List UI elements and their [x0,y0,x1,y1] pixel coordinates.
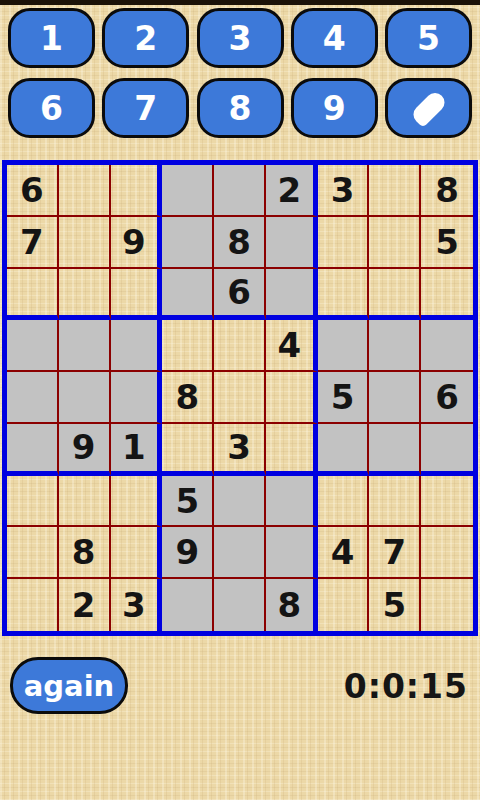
key-7[interactable]: 7 [102,78,189,138]
cell-r1c5[interactable] [214,165,266,217]
cell-r4c6[interactable]: 4 [266,320,318,372]
cell-r6c9[interactable] [421,424,473,476]
cell-r5c7[interactable]: 5 [318,372,370,424]
cell-r1c3[interactable] [111,165,163,217]
cell-r6c5[interactable]: 3 [214,424,266,476]
cell-r6c1[interactable] [7,424,59,476]
cell-r2c6[interactable] [266,217,318,269]
key-8[interactable]: 8 [197,78,284,138]
cell-r7c2[interactable] [59,476,111,528]
cell-r9c4[interactable] [162,579,214,631]
cell-r8c6[interactable] [266,527,318,579]
cell-r2c9[interactable]: 5 [421,217,473,269]
cell-r8c9[interactable] [421,527,473,579]
cell-r8c4[interactable]: 9 [162,527,214,579]
cell-r9c8[interactable]: 5 [369,579,421,631]
key-9[interactable]: 9 [291,78,378,138]
eraser-button[interactable] [385,78,472,138]
cell-r8c3[interactable] [111,527,163,579]
key-5[interactable]: 5 [385,8,472,68]
cell-r3c2[interactable] [59,269,111,321]
cell-r5c5[interactable] [214,372,266,424]
cell-r3c6[interactable] [266,269,318,321]
cell-r2c3[interactable]: 9 [111,217,163,269]
cell-r9c3[interactable]: 3 [111,579,163,631]
status-bar [0,0,480,5]
cell-r4c5[interactable] [214,320,266,372]
timer-display: 0:0:15 [344,667,468,706]
cell-r6c4[interactable] [162,424,214,476]
cell-r8c5[interactable] [214,527,266,579]
cell-r8c1[interactable] [7,527,59,579]
cell-r4c4[interactable] [162,320,214,372]
cell-r8c8[interactable]: 7 [369,527,421,579]
cell-r3c9[interactable] [421,269,473,321]
cell-r7c1[interactable] [7,476,59,528]
cell-r6c6[interactable] [266,424,318,476]
number-keypad: 12345 6789 [0,8,480,138]
cell-r2c7[interactable] [318,217,370,269]
cell-r2c2[interactable] [59,217,111,269]
cell-r7c7[interactable] [318,476,370,528]
cell-r7c5[interactable] [214,476,266,528]
key-6[interactable]: 6 [8,78,95,138]
again-button[interactable]: again [10,657,128,714]
cell-r5c4[interactable]: 8 [162,372,214,424]
cell-r1c9[interactable]: 8 [421,165,473,217]
cell-r2c8[interactable] [369,217,421,269]
cell-r4c2[interactable] [59,320,111,372]
cell-r4c7[interactable] [318,320,370,372]
cell-r5c1[interactable] [7,372,59,424]
cell-r1c7[interactable]: 3 [318,165,370,217]
cell-r5c2[interactable] [59,372,111,424]
cell-r7c3[interactable] [111,476,163,528]
cell-r8c2[interactable]: 8 [59,527,111,579]
cell-r1c1[interactable]: 6 [7,165,59,217]
cell-r5c9[interactable]: 6 [421,372,473,424]
cell-r3c8[interactable] [369,269,421,321]
cell-r6c8[interactable] [369,424,421,476]
keypad-row-1: 12345 [0,8,480,68]
cell-r3c3[interactable] [111,269,163,321]
cell-r9c5[interactable] [214,579,266,631]
cell-r1c4[interactable] [162,165,214,217]
cell-r9c7[interactable] [318,579,370,631]
cell-r1c8[interactable] [369,165,421,217]
key-1[interactable]: 1 [8,8,95,68]
sudoku-board: 6238798564856913589472385 [2,160,478,636]
cell-r5c3[interactable] [111,372,163,424]
cell-r3c5[interactable]: 6 [214,269,266,321]
cell-r7c8[interactable] [369,476,421,528]
key-4[interactable]: 4 [291,8,378,68]
cell-r9c1[interactable] [7,579,59,631]
cell-r5c6[interactable] [266,372,318,424]
cell-r1c2[interactable] [59,165,111,217]
cell-r4c1[interactable] [7,320,59,372]
cell-r6c7[interactable] [318,424,370,476]
cell-r4c8[interactable] [369,320,421,372]
cell-r3c4[interactable] [162,269,214,321]
cell-r9c2[interactable]: 2 [59,579,111,631]
cell-r9c9[interactable] [421,579,473,631]
cell-r8c7[interactable]: 4 [318,527,370,579]
cell-r6c2[interactable]: 9 [59,424,111,476]
key-2[interactable]: 2 [102,8,189,68]
cell-r3c7[interactable] [318,269,370,321]
cell-r2c1[interactable]: 7 [7,217,59,269]
cell-r9c6[interactable]: 8 [266,579,318,631]
cell-r2c4[interactable] [162,217,214,269]
cell-r4c9[interactable] [421,320,473,372]
cell-r1c6[interactable]: 2 [266,165,318,217]
cell-r5c8[interactable] [369,372,421,424]
cell-r7c9[interactable] [421,476,473,528]
cell-r4c3[interactable] [111,320,163,372]
keypad-row-2: 6789 [0,78,480,138]
eraser-icon [409,89,448,128]
key-3[interactable]: 3 [197,8,284,68]
cell-r3c1[interactable] [7,269,59,321]
cell-r7c6[interactable] [266,476,318,528]
cell-r6c3[interactable]: 1 [111,424,163,476]
cell-r2c5[interactable]: 8 [214,217,266,269]
cell-r7c4[interactable]: 5 [162,476,214,528]
